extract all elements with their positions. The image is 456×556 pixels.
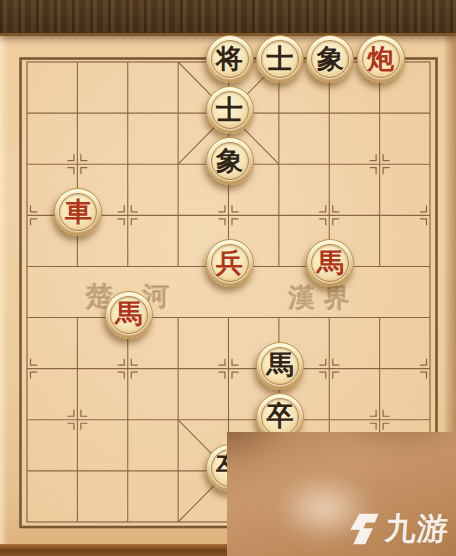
piece-glyph: 馬 (115, 300, 142, 327)
piece-glyph: 炮 (367, 45, 394, 72)
piece-black-general[interactable]: 将 (206, 35, 254, 83)
piece-glyph: 象 (317, 45, 344, 72)
watermark: 九游 (347, 508, 451, 550)
piece-black-advisor[interactable]: 士 (206, 86, 254, 134)
piece-red-cannon[interactable]: 炮 (357, 35, 405, 83)
watermark-text: 九游 (384, 508, 451, 550)
piece-black-horse[interactable]: 馬 (256, 342, 304, 390)
piece-glyph: 兵 (216, 249, 243, 276)
jiuyou-logo-icon (347, 512, 381, 546)
piece-glyph: 馬 (266, 351, 293, 378)
piece-red-horse[interactable]: 馬 (105, 291, 153, 339)
piece-glyph: 象 (216, 147, 243, 174)
piece-glyph: 卒 (266, 402, 293, 429)
piece-black-advisor[interactable]: 士 (256, 35, 304, 83)
piece-black-elephant[interactable]: 象 (206, 137, 254, 185)
game-screen: 楚河 漢界 将士象炮士象車兵馬馬馬卒卒 九游 (0, 0, 456, 556)
piece-glyph: 士 (216, 96, 243, 123)
piece-red-soldier[interactable]: 兵 (206, 239, 254, 287)
piece-glyph: 馬 (317, 249, 344, 276)
piece-glyph: 将 (216, 45, 243, 72)
piece-glyph: 士 (266, 45, 293, 72)
piece-black-elephant[interactable]: 象 (306, 35, 354, 83)
piece-glyph: 車 (65, 198, 92, 225)
